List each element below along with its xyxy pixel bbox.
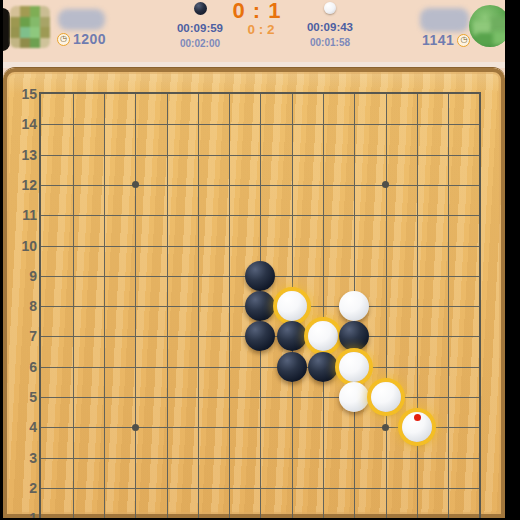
stone-white-9-8 (277, 291, 307, 321)
row-coordinate-label: 10 (11, 237, 37, 255)
avatar-pixel (493, 31, 505, 45)
row-coordinate-label: 12 (11, 176, 37, 194)
player-black-rating: ◷ 1200 (57, 31, 106, 47)
stone-white-11-6 (339, 352, 369, 382)
rating-value: 1200 (73, 31, 106, 47)
row-coordinate-label: 5 (11, 388, 37, 406)
white-stone-icon (324, 2, 336, 14)
avatar-pixel (20, 27, 30, 38)
avatar-pixel (40, 27, 50, 38)
row-coordinate-label: 4 (11, 418, 37, 436)
player-white-name-blurred (420, 8, 469, 32)
score-secondary: 0 : 2 (225, 23, 297, 37)
gomoku-app: ◷ 1200 00:09:59 00:02:00 0 : 1 0 : 2 00:… (3, 0, 505, 518)
avatar-pixel (40, 38, 50, 49)
row-coordinate-label: 13 (11, 146, 37, 164)
white-clock: 00:09:43 00:01:58 (290, 0, 370, 48)
row-coordinate-label: 8 (11, 297, 37, 315)
avatar-pixel (40, 17, 50, 28)
edge-avatar-fragment (3, 8, 10, 51)
black-secondary-time: 00:02:00 (160, 38, 240, 49)
avatar-pixel (30, 6, 40, 17)
star-point (132, 424, 139, 431)
last-move-marker (414, 414, 421, 421)
avatar-pixel (30, 17, 40, 28)
stone-black-9-7 (277, 321, 307, 351)
row-coordinate-label: 2 (11, 479, 37, 497)
player-black-avatar[interactable] (10, 6, 50, 48)
match-header: ◷ 1200 00:09:59 00:02:00 0 : 1 0 : 2 00:… (3, 0, 505, 62)
row-coordinate-label: 14 (11, 115, 37, 133)
avatar-pixel (20, 38, 30, 49)
stone-black-8-9 (245, 261, 275, 291)
rating-value: 1141 (422, 32, 454, 48)
board-grid: 151413121110987654321 (3, 68, 505, 518)
avatar-pixel (20, 6, 30, 17)
phone-screen: ◷ 1200 00:09:59 00:02:00 0 : 1 0 : 2 00:… (0, 0, 520, 520)
player-white-avatar[interactable] (469, 5, 505, 47)
row-coordinate-label: 3 (11, 449, 37, 467)
row-coordinate-label: 15 (11, 85, 37, 103)
score-main: 0 : 1 (217, 0, 297, 22)
avatar-pixel (40, 6, 50, 17)
white-secondary-time: 00:01:58 (290, 37, 370, 48)
stone-white-12-5 (371, 382, 401, 412)
row-coordinate-label: 6 (11, 358, 37, 376)
row-coordinate-label: 9 (11, 267, 37, 285)
avatar-pixel (20, 17, 30, 28)
player-white-rating: 1141 ◷ (422, 32, 470, 48)
player-black-name-blurred (58, 9, 105, 30)
row-coordinate-label: 11 (11, 206, 37, 224)
white-main-time: 00:09:43 (290, 21, 370, 33)
stone-black-10-6 (308, 352, 338, 382)
gomoku-board[interactable]: 151413121110987654321 (3, 68, 505, 518)
rating-badge-icon: ◷ (57, 33, 70, 46)
row-coordinate-label: 1 (11, 509, 37, 518)
avatar-pixel (10, 17, 20, 28)
black-stone-icon (194, 2, 207, 15)
avatar-pixel (10, 6, 20, 17)
match-score: 0 : 1 0 : 2 (217, 0, 297, 37)
avatar-pixel (10, 38, 20, 49)
row-coordinate-label: 7 (11, 327, 37, 345)
avatar-pixel (30, 27, 40, 38)
avatar-pixel (10, 27, 20, 38)
rating-badge-icon: ◷ (457, 34, 470, 47)
star-point (382, 424, 389, 431)
stone-white-13-4 (402, 412, 432, 442)
stone-black-9-6 (277, 352, 307, 382)
avatar-pixel (30, 38, 40, 49)
